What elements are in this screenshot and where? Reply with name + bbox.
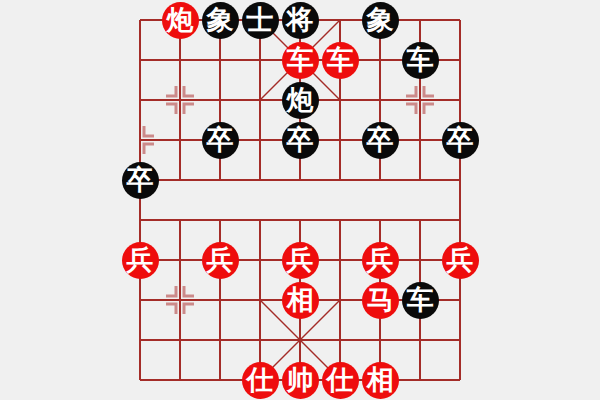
piece-black-pawn[interactable]: 卒 xyxy=(202,122,239,159)
piece-black-pawn[interactable]: 卒 xyxy=(442,122,479,159)
piece-black-pawn[interactable]: 卒 xyxy=(122,162,159,199)
piece-red-pawn[interactable]: 兵 xyxy=(442,242,479,279)
piece-black-pawn[interactable]: 卒 xyxy=(282,122,319,159)
piece-red-chariot[interactable]: 车 xyxy=(282,42,319,79)
piece-red-chariot[interactable]: 车 xyxy=(322,42,359,79)
piece-red-king[interactable]: 帅 xyxy=(282,362,319,399)
piece-black-chariot[interactable]: 车 xyxy=(402,282,439,319)
piece-black-general[interactable]: 将 xyxy=(282,2,319,39)
piece-black-pawn[interactable]: 卒 xyxy=(362,122,399,159)
piece-red-advisor[interactable]: 仕 xyxy=(322,362,359,399)
piece-red-pawn[interactable]: 兵 xyxy=(202,242,239,279)
piece-black-elephant[interactable]: 象 xyxy=(202,2,239,39)
piece-black-chariot[interactable]: 车 xyxy=(402,42,439,79)
xiangqi-board-area: 炮象士将象车车车炮卒卒卒卒卒兵兵兵兵兵相马车仕帅仕相 xyxy=(0,0,600,400)
piece-red-cannon[interactable]: 炮 xyxy=(162,2,199,39)
piece-black-elephant[interactable]: 象 xyxy=(362,2,399,39)
piece-black-cannon[interactable]: 炮 xyxy=(282,82,319,119)
piece-red-pawn[interactable]: 兵 xyxy=(362,242,399,279)
piece-red-elephant[interactable]: 相 xyxy=(282,282,319,319)
piece-red-advisor[interactable]: 仕 xyxy=(242,362,279,399)
piece-red-pawn[interactable]: 兵 xyxy=(282,242,319,279)
xiangqi-board[interactable]: 炮象士将象车车车炮卒卒卒卒卒兵兵兵兵兵相马车仕帅仕相 xyxy=(120,0,480,400)
piece-black-advisor[interactable]: 士 xyxy=(242,2,279,39)
piece-red-horse[interactable]: 马 xyxy=(362,282,399,319)
piece-red-elephant[interactable]: 相 xyxy=(362,362,399,399)
piece-red-pawn[interactable]: 兵 xyxy=(122,242,159,279)
